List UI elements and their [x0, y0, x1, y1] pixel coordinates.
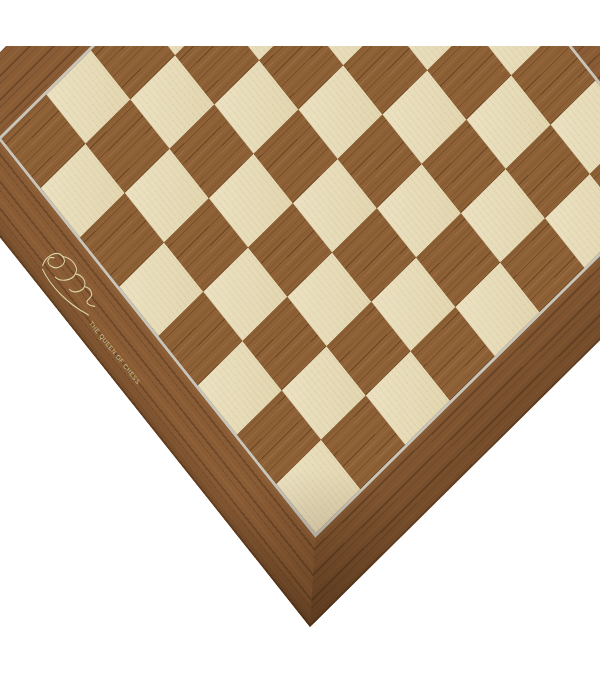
chessboard-product-photo: The Queen of Chess [0, 0, 600, 695]
chess-board: The Queen of Chess [0, 46, 600, 627]
board-photo-crop: The Queen of Chess [0, 46, 600, 695]
tagline-text: The Queen of Chess [83, 319, 142, 390]
